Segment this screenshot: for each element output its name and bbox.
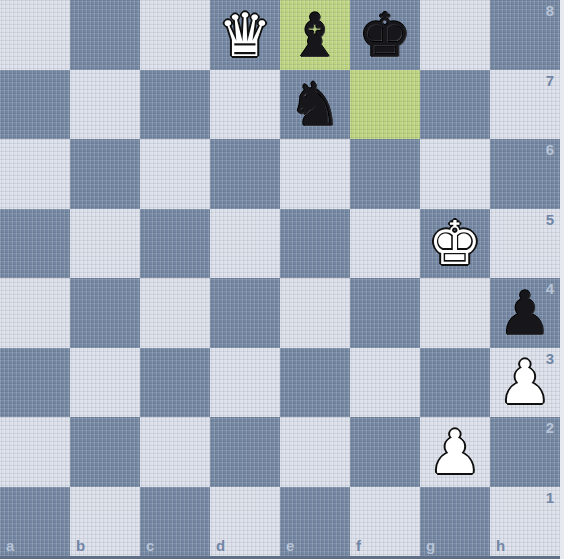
square-h3[interactable]: ♟3 — [490, 348, 560, 418]
square-b3[interactable] — [70, 348, 140, 418]
square-f1[interactable]: f — [350, 487, 420, 557]
square-h2[interactable]: 2 — [490, 417, 560, 487]
square-a1[interactable]: a — [0, 487, 70, 557]
square-g7[interactable] — [420, 70, 490, 140]
square-f6[interactable] — [350, 139, 420, 209]
square-a6[interactable] — [0, 139, 70, 209]
file-label-g: g — [426, 537, 435, 554]
square-e7[interactable]: ♞ — [280, 70, 350, 140]
square-f7[interactable] — [350, 70, 420, 140]
square-d8[interactable]: ♛ — [210, 0, 280, 70]
black-knight-piece[interactable]: ♞ — [280, 70, 350, 140]
rank-label-5: 5 — [546, 211, 554, 228]
square-f3[interactable] — [350, 348, 420, 418]
square-g5[interactable]: ♚ — [420, 209, 490, 279]
square-b5[interactable] — [70, 209, 140, 279]
square-c3[interactable] — [140, 348, 210, 418]
square-g3[interactable] — [420, 348, 490, 418]
file-label-a: a — [6, 537, 14, 554]
square-d4[interactable] — [210, 278, 280, 348]
file-label-h: h — [496, 537, 505, 554]
square-e1[interactable]: e — [280, 487, 350, 557]
chess-board: ♛♝♚8♞76♚5♟4♟3♟2abcdefgh1 — [0, 0, 560, 556]
square-c1[interactable]: c — [140, 487, 210, 557]
square-a7[interactable] — [0, 70, 70, 140]
square-d5[interactable] — [210, 209, 280, 279]
rank-label-3: 3 — [546, 350, 554, 367]
square-g1[interactable]: g — [420, 487, 490, 557]
square-h8[interactable]: 8 — [490, 0, 560, 70]
square-c5[interactable] — [140, 209, 210, 279]
square-a2[interactable] — [0, 417, 70, 487]
square-a3[interactable] — [0, 348, 70, 418]
square-f2[interactable] — [350, 417, 420, 487]
file-label-f: f — [356, 537, 361, 554]
square-c7[interactable] — [140, 70, 210, 140]
square-h5[interactable]: 5 — [490, 209, 560, 279]
square-b1[interactable]: b — [70, 487, 140, 557]
white-king-piece[interactable]: ♚ — [420, 209, 490, 279]
rank-label-8: 8 — [546, 2, 554, 19]
black-king-piece[interactable]: ♚ — [350, 0, 420, 70]
square-e8[interactable]: ♝ — [280, 0, 350, 70]
rank-label-7: 7 — [546, 72, 554, 89]
square-b2[interactable] — [70, 417, 140, 487]
file-label-d: d — [216, 537, 225, 554]
square-h7[interactable]: 7 — [490, 70, 560, 140]
file-label-b: b — [76, 537, 85, 554]
rank-label-1: 1 — [546, 489, 554, 506]
square-f4[interactable] — [350, 278, 420, 348]
square-d2[interactable] — [210, 417, 280, 487]
square-h1[interactable]: h1 — [490, 487, 560, 557]
black-bishop-piece[interactable]: ♝ — [280, 0, 350, 70]
rank-label-6: 6 — [546, 141, 554, 158]
square-b8[interactable] — [70, 0, 140, 70]
square-c2[interactable] — [140, 417, 210, 487]
square-h4[interactable]: ♟4 — [490, 278, 560, 348]
square-g8[interactable] — [420, 0, 490, 70]
square-f5[interactable] — [350, 209, 420, 279]
square-a8[interactable] — [0, 0, 70, 70]
rank-label-4: 4 — [546, 280, 554, 297]
square-a5[interactable] — [0, 209, 70, 279]
square-c6[interactable] — [140, 139, 210, 209]
square-b6[interactable] — [70, 139, 140, 209]
square-d3[interactable] — [210, 348, 280, 418]
square-g6[interactable] — [420, 139, 490, 209]
square-e6[interactable] — [280, 139, 350, 209]
square-a4[interactable] — [0, 278, 70, 348]
square-g4[interactable] — [420, 278, 490, 348]
file-label-c: c — [146, 537, 154, 554]
square-d6[interactable] — [210, 139, 280, 209]
square-e4[interactable] — [280, 278, 350, 348]
square-g2[interactable]: ♟ — [420, 417, 490, 487]
square-e2[interactable] — [280, 417, 350, 487]
square-b4[interactable] — [70, 278, 140, 348]
square-e5[interactable] — [280, 209, 350, 279]
white-pawn-piece[interactable]: ♟ — [420, 417, 490, 487]
rank-label-2: 2 — [546, 419, 554, 436]
square-f8[interactable]: ♚ — [350, 0, 420, 70]
square-c8[interactable] — [140, 0, 210, 70]
file-label-e: e — [286, 537, 294, 554]
square-b7[interactable] — [70, 70, 140, 140]
square-d1[interactable]: d — [210, 487, 280, 557]
chess-app-viewport: ♛♝♚8♞76♚5♟4♟3♟2abcdefgh1 — [0, 0, 564, 559]
white-queen-piece[interactable]: ♛ — [210, 0, 280, 70]
square-c4[interactable] — [140, 278, 210, 348]
square-e3[interactable] — [280, 348, 350, 418]
square-h6[interactable]: 6 — [490, 139, 560, 209]
square-d7[interactable] — [210, 70, 280, 140]
